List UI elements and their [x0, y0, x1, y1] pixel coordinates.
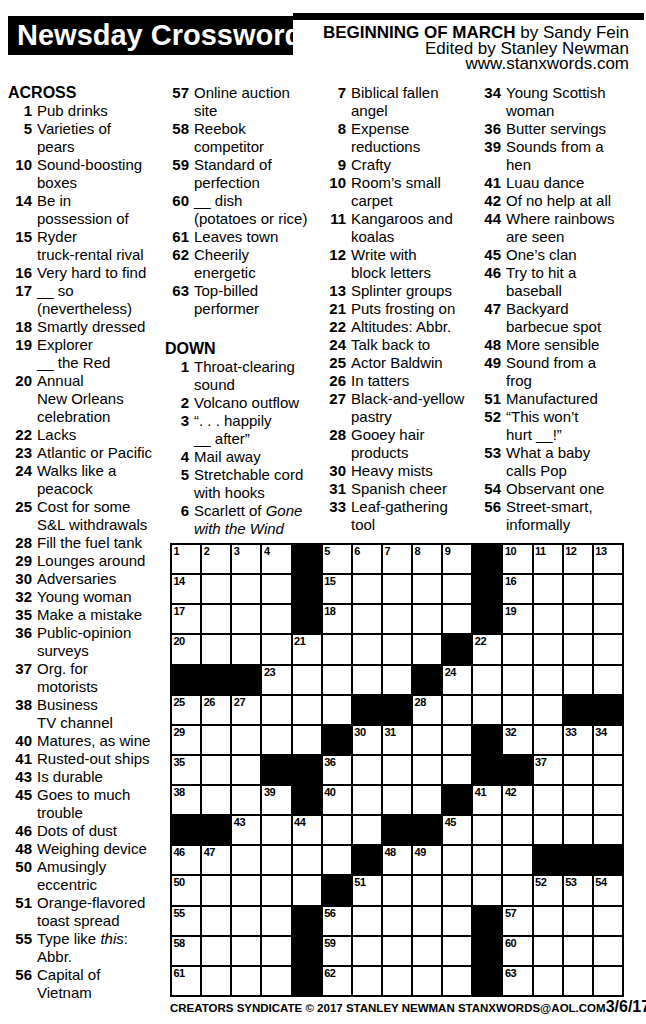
cell-number: 40	[324, 786, 335, 798]
grid-cell-r7-c15[interactable]: 34	[594, 726, 622, 754]
grid-cell-r15-c9[interactable]	[413, 967, 441, 995]
grid-cell-r1-c13[interactable]: 11	[534, 545, 562, 573]
grid-cell-r15-c13[interactable]	[534, 967, 562, 995]
cell-number: 20	[174, 635, 185, 647]
grid-cell-r8-c8[interactable]	[383, 756, 411, 784]
grid-cell-r15-c14[interactable]	[564, 967, 592, 995]
clue-text: Standard of perfection	[194, 156, 272, 192]
clue-text: Goes to much trouble	[37, 786, 130, 822]
grid-cell-r5-c15[interactable]	[594, 666, 622, 694]
clue-26: 26In tatters	[322, 372, 472, 390]
clue-text: Capital of Vietnam	[37, 966, 100, 1002]
grid-cell-r5-c10[interactable]: 24	[443, 666, 471, 694]
grid-cell-r11-c10[interactable]	[443, 846, 471, 874]
grid-cell-r13-c8[interactable]	[383, 907, 411, 935]
grid-cell-r3-c3[interactable]	[232, 605, 260, 633]
clue-text: Matures, as wine	[37, 732, 150, 750]
cell-number: 17	[174, 605, 185, 617]
grid-cell-r14-c6[interactable]: 59	[323, 937, 351, 965]
clue-33: 33Leaf-gathering tool	[322, 498, 472, 534]
clue-text: What a baby calls Pop	[506, 444, 590, 480]
grid-cell-r2-c9[interactable]	[413, 575, 441, 603]
grid-cell-r9-c7[interactable]	[353, 786, 381, 814]
clue-number: 60	[165, 192, 189, 210]
grid-cell-r14-c12[interactable]: 60	[503, 937, 531, 965]
grid-cell-r4-c7[interactable]	[353, 635, 381, 663]
grid-cell-r6-c1[interactable]: 25	[172, 696, 200, 724]
cell-number: 33	[565, 726, 576, 738]
grid-cell-r11-c6[interactable]	[323, 846, 351, 874]
clue-18: 18Smartly dressed	[8, 318, 164, 336]
grid-cell-r6-c10[interactable]	[443, 696, 471, 724]
clue-17: 17__ so (nevertheless)	[8, 282, 164, 318]
clue-number: 45	[477, 246, 501, 264]
grid-cell-r13-c15[interactable]	[594, 907, 622, 935]
grid-cell-r2-c3[interactable]	[232, 575, 260, 603]
grid-cell-r3-c6[interactable]: 18	[323, 605, 351, 633]
grid-cell-r6-c2[interactable]: 26	[202, 696, 230, 724]
puzzle-date: 3/6/17	[606, 998, 646, 1016]
grid-cell-r15-c12[interactable]: 63	[503, 967, 531, 995]
grid-cell-r15-c10[interactable]	[443, 967, 471, 995]
grid-cell-r10-c13[interactable]	[534, 816, 562, 844]
grid-cell-r6-c6[interactable]	[323, 696, 351, 724]
grid-cell-r14-c9[interactable]	[413, 937, 441, 965]
grid-cell-r11-c4[interactable]	[262, 846, 290, 874]
grid-cell-r8-c3[interactable]	[232, 756, 260, 784]
grid-cell-r14-c8[interactable]	[383, 937, 411, 965]
grid-cell-r4-c13[interactable]	[534, 635, 562, 663]
grid-cell-r9-c2[interactable]	[202, 786, 230, 814]
clue-6: 6Scarlett of Gone with the Wind	[165, 502, 317, 538]
grid-cell-r12-c1[interactable]: 50	[172, 876, 200, 904]
grid-cell-r5-c13[interactable]	[534, 666, 562, 694]
clue-number: 39	[477, 138, 501, 156]
grid-cell-r12-c4[interactable]	[262, 876, 290, 904]
clue-54: 54Observant one	[477, 480, 646, 498]
grid-cell-r13-c3[interactable]	[232, 907, 260, 935]
grid-cell-r4-c14[interactable]	[564, 635, 592, 663]
clue-5: 5Stretchable cord with hooks	[165, 466, 317, 502]
clue-text: Rusted-out ships	[37, 750, 150, 768]
grid-cell-r5-c11[interactable]	[473, 666, 501, 694]
grid-cell-r13-c7[interactable]	[353, 907, 381, 935]
grid-cell-r9-c11[interactable]: 41	[473, 786, 501, 814]
clue-text: Heavy mists	[351, 462, 433, 480]
clue-number: 48	[477, 336, 501, 354]
grid-cell-r9-c12[interactable]: 42	[503, 786, 531, 814]
clue-text: Explorer __ the Red	[37, 336, 110, 372]
grid-cell-r4-c15[interactable]	[594, 635, 622, 663]
clue-number: 17	[8, 282, 32, 300]
grid-cell-r10-c4[interactable]	[262, 816, 290, 844]
clue-number: 29	[8, 552, 32, 570]
grid-cell-r12-c12[interactable]	[503, 876, 531, 904]
grid-cell-r8-c6[interactable]: 36	[323, 756, 351, 784]
grid-cell-r7-c4[interactable]	[262, 726, 290, 754]
clue-text: Weighing device	[37, 840, 147, 858]
clue-number: 30	[8, 570, 32, 588]
grid-cell-r5-c12[interactable]	[503, 666, 531, 694]
grid-cell-r12-c11[interactable]	[473, 876, 501, 904]
clue-35: 35Make a mistake	[8, 606, 164, 624]
grid-cell-r13-c9[interactable]	[413, 907, 441, 935]
grid-cell-r13-c14[interactable]	[564, 907, 592, 935]
clue-text: Observant one	[506, 480, 604, 498]
clue-28: 28Gooey hair products	[322, 426, 472, 462]
clue-text: Cost for some S&L withdrawals	[37, 498, 147, 534]
clue-45: 45One’s clan	[477, 246, 646, 264]
clue-51: 51Manufactured	[477, 390, 646, 408]
cell-number: 1	[174, 545, 180, 557]
grid-cell-r7-c8[interactable]: 31	[383, 726, 411, 754]
grid-cell-r12-c5[interactable]	[293, 876, 321, 904]
grid-cell-r1-c9[interactable]: 8	[413, 545, 441, 573]
grid-cell-r7-c12[interactable]: 32	[503, 726, 531, 754]
clue-7: 7Biblical fallen angel	[322, 84, 472, 120]
grid-cell-r9-c8[interactable]	[383, 786, 411, 814]
grid-cell-r9-c4[interactable]: 39	[262, 786, 290, 814]
clue-32: 32Young woman	[8, 588, 164, 606]
grid-cell-r1-c4[interactable]: 4	[262, 545, 290, 573]
grid-cell-r8-c15[interactable]	[594, 756, 622, 784]
grid-cell-r6-c12[interactable]	[503, 696, 531, 724]
cell-number: 7	[384, 545, 390, 557]
grid-cell-r12-c8[interactable]	[383, 876, 411, 904]
clue-number: 25	[8, 498, 32, 516]
clue-10: 10Sound-boosting boxes	[8, 156, 164, 192]
grid-cell-r12-c10[interactable]	[443, 876, 471, 904]
clue-text: Actor Baldwin	[351, 354, 443, 372]
grid-cell-r13-c2[interactable]	[202, 907, 230, 935]
cell-number: 39	[264, 786, 275, 798]
grid-cell-r11-c1[interactable]: 46	[172, 846, 200, 874]
grid-cell-r3-c8[interactable]	[383, 605, 411, 633]
grid-cell-r12-c9[interactable]	[413, 876, 441, 904]
grid-cell-r1-c2[interactable]: 2	[202, 545, 230, 573]
grid-cell-r7-c14[interactable]: 33	[564, 726, 592, 754]
clue-number: 26	[322, 372, 346, 390]
grid-cell-r13-c4[interactable]	[262, 907, 290, 935]
grid-cell-r11-c2[interactable]: 47	[202, 846, 230, 874]
grid-cell-r9-c9[interactable]	[413, 786, 441, 814]
grid-cell-r5-c4[interactable]: 23	[262, 666, 290, 694]
grid-cell-r4-c5[interactable]: 21	[293, 635, 321, 663]
clue-5: 5Varieties of pears	[8, 120, 164, 156]
grid-cell-r8-c10[interactable]	[443, 756, 471, 784]
grid-cell-r15-c8[interactable]	[383, 967, 411, 995]
clue-number: 28	[8, 534, 32, 552]
grid-cell-r4-c9[interactable]	[413, 635, 441, 663]
grid-cell-r8-c2[interactable]	[202, 756, 230, 784]
grid-cell-r7-c1[interactable]: 29	[172, 726, 200, 754]
grid-cell-r10-c15[interactable]	[594, 816, 622, 844]
clue-49: 49Sound from a frog	[477, 354, 646, 390]
grid-cell-r14-c15[interactable]	[594, 937, 622, 965]
grid-cell-r7-c9[interactable]	[413, 726, 441, 754]
grid-cell-r5-c7[interactable]	[353, 666, 381, 694]
cell-number: 48	[384, 846, 395, 858]
grid-cell-r15-c3[interactable]	[232, 967, 260, 995]
grid-cell-r2-c15[interactable]	[594, 575, 622, 603]
grid-cell-r7-c13[interactable]	[534, 726, 562, 754]
clue-text: Varieties of pears	[37, 120, 111, 156]
grid-cell-r13-c12[interactable]: 57	[503, 907, 531, 935]
grid-cell-r3-c10[interactable]	[443, 605, 471, 633]
cell-number: 62	[324, 967, 335, 979]
grid-cell-r15-c1[interactable]: 61	[172, 967, 200, 995]
grid-cell-r6-c13[interactable]	[534, 696, 562, 724]
cell-number: 24	[445, 666, 456, 678]
grid-cell-r3-c12[interactable]: 19	[503, 605, 531, 633]
clue-number: 27	[322, 390, 346, 408]
grid-cell-r6-c11[interactable]	[473, 696, 501, 724]
grid-cell-r2-c10[interactable]	[443, 575, 471, 603]
grid-cell-r15-c4[interactable]	[262, 967, 290, 995]
cell-number: 57	[505, 907, 516, 919]
clue-text: Dots of dust	[37, 822, 117, 840]
cell-number: 36	[324, 756, 335, 768]
grid-cell-r2-c6[interactable]: 15	[323, 575, 351, 603]
grid-cell-r14-c1[interactable]: 58	[172, 937, 200, 965]
grid-cell-r12-c7[interactable]: 51	[353, 876, 381, 904]
clue-number: 53	[477, 444, 501, 462]
grid-cell-r11-c14	[564, 846, 592, 874]
grid-cell-r4-c12[interactable]	[503, 635, 531, 663]
clue-number: 4	[165, 448, 189, 466]
clue-2: 2Volcano outflow	[165, 394, 317, 412]
clue-11: 11Kangaroos and koalas	[322, 210, 472, 246]
grid-cell-r14-c4[interactable]	[262, 937, 290, 965]
clue-number: 41	[8, 750, 32, 768]
clue-number: 20	[8, 372, 32, 390]
grid-cell-r7-c5[interactable]	[293, 726, 321, 754]
grid-cell-r3-c13[interactable]	[534, 605, 562, 633]
grid-cell-r6-c9[interactable]: 28	[413, 696, 441, 724]
grid-cell-r1-c14[interactable]: 12	[564, 545, 592, 573]
grid-cell-r2-c2[interactable]	[202, 575, 230, 603]
grid-cell-r14-c2[interactable]	[202, 937, 230, 965]
grid-cell-r11-c11[interactable]	[473, 846, 501, 874]
clue-text: Talk back to	[351, 336, 430, 354]
clue-number: 1	[8, 102, 32, 120]
grid-cell-r12-c15[interactable]: 54	[594, 876, 622, 904]
grid-cell-r4-c8[interactable]	[383, 635, 411, 663]
grid-cell-r1-c10[interactable]: 9	[443, 545, 471, 573]
grid-cell-r14-c13[interactable]	[534, 937, 562, 965]
grid-cell-r3-c9[interactable]	[413, 605, 441, 633]
grid-cell-r2-c8[interactable]	[383, 575, 411, 603]
clue-number: 36	[477, 120, 501, 138]
grid-cell-r7-c10[interactable]	[443, 726, 471, 754]
grid-cell-r2-c7[interactable]	[353, 575, 381, 603]
grid-cell-r7-c3[interactable]	[232, 726, 260, 754]
grid-cell-r9-c13[interactable]	[534, 786, 562, 814]
grid-cell-r14-c7[interactable]	[353, 937, 381, 965]
masthead-title-box: Newsday Crossword	[8, 16, 293, 55]
grid-cell-r5-c5[interactable]	[293, 666, 321, 694]
grid-cell-r4-c6[interactable]	[323, 635, 351, 663]
grid-cell-r10-c10[interactable]: 45	[443, 816, 471, 844]
grid-cell-r3-c15[interactable]	[594, 605, 622, 633]
grid-cell-r11-c13	[534, 846, 562, 874]
grid-cell-r15-c6[interactable]: 62	[323, 967, 351, 995]
cell-number: 45	[445, 816, 456, 828]
grid-cell-r10-c7[interactable]	[353, 816, 381, 844]
cell-number: 52	[535, 876, 546, 888]
grid-cell-r2-c12[interactable]: 16	[503, 575, 531, 603]
grid-cell-r13-c6[interactable]: 56	[323, 907, 351, 935]
clue-text: __ dish (potatoes or rice)	[194, 192, 307, 228]
clue-46: 46Try to hit a baseball	[477, 264, 646, 300]
grid-cell-r1-c15[interactable]: 13	[594, 545, 622, 573]
grid-cell-r13-c1[interactable]: 55	[172, 907, 200, 935]
grid-cell-r1-c6[interactable]: 5	[323, 545, 351, 573]
clue-text: Orange-flavored toast spread	[37, 894, 145, 930]
clue-number: 46	[477, 264, 501, 282]
grid-cell-r11-c8[interactable]: 48	[383, 846, 411, 874]
cell-number: 55	[174, 907, 185, 919]
cell-number: 46	[174, 846, 185, 858]
grid-cell-r10-c12[interactable]	[503, 816, 531, 844]
grid-cell-r1-c7[interactable]: 6	[353, 545, 381, 573]
grid-cell-r15-c15[interactable]	[594, 967, 622, 995]
grid-cell-r6-c4[interactable]	[262, 696, 290, 724]
grid-cell-r7-c2[interactable]	[202, 726, 230, 754]
clue-number: 10	[8, 156, 32, 174]
clue-number: 61	[165, 228, 189, 246]
grid-cell-r11-c9[interactable]: 49	[413, 846, 441, 874]
grid-cell-r12-c13[interactable]: 52	[534, 876, 562, 904]
grid-cell-r9-c6[interactable]: 40	[323, 786, 351, 814]
clue-text: More sensible	[506, 336, 599, 354]
cell-number: 9	[445, 545, 451, 557]
grid-cell-r5-c9	[413, 666, 441, 694]
grid-cell-r11-c3[interactable]	[232, 846, 260, 874]
grid-cell-r5-c14[interactable]	[564, 666, 592, 694]
clue-number: 21	[322, 300, 346, 318]
grid-cell-r1-c1[interactable]: 1	[172, 545, 200, 573]
grid-cell-r8-c13[interactable]: 37	[534, 756, 562, 784]
grid-cell-r1-c8[interactable]: 7	[383, 545, 411, 573]
grid-cell-r10-c11[interactable]	[473, 816, 501, 844]
grid-cell-r2-c1[interactable]: 14	[172, 575, 200, 603]
clue-text: Luau dance	[506, 174, 584, 192]
grid-cell-r11-c5[interactable]	[293, 846, 321, 874]
clue-24: 24Walks like a peacock	[8, 462, 164, 498]
grid-cell-r3-c1[interactable]: 17	[172, 605, 200, 633]
grid-cell-r8-c1[interactable]: 35	[172, 756, 200, 784]
grid-cell-r4-c2[interactable]	[202, 635, 230, 663]
grid-cell-r13-c10[interactable]	[443, 907, 471, 935]
clue-number: 22	[8, 426, 32, 444]
grid-cell-r3-c7[interactable]	[353, 605, 381, 633]
cell-number: 4	[264, 545, 270, 557]
clue-text: Kangaroos and koalas	[351, 210, 453, 246]
grid-cell-r10-c3[interactable]: 43	[232, 816, 260, 844]
grid-cell-r4-c10	[443, 635, 471, 663]
grid-cell-r2-c13[interactable]	[534, 575, 562, 603]
grid-cell-r7-c6	[323, 726, 351, 754]
grid-cell-r6-c15	[594, 696, 622, 724]
grid-cell-r10-c1	[172, 816, 200, 844]
cell-number: 15	[324, 575, 335, 587]
cell-number: 29	[174, 726, 185, 738]
grid-cell-r9-c3[interactable]	[232, 786, 260, 814]
grid-cell-r7-c7[interactable]: 30	[353, 726, 381, 754]
clue-number: 33	[322, 498, 346, 516]
grid-cell-r10-c14[interactable]	[564, 816, 592, 844]
clue-12: 12Write with block letters	[322, 246, 472, 282]
cell-number: 47	[204, 846, 215, 858]
cell-number: 49	[415, 846, 426, 858]
grid-cell-r6-c5[interactable]	[293, 696, 321, 724]
grid-cell-r3-c14[interactable]	[564, 605, 592, 633]
grid-cell-r5-c6[interactable]	[323, 666, 351, 694]
grid-cell-r2-c14[interactable]	[564, 575, 592, 603]
clue-column-4: 34Young Scottish woman36Butter servings3…	[477, 84, 646, 534]
clue-30: 30Heavy mists	[322, 462, 472, 480]
clue-text: Butter servings	[506, 120, 606, 138]
clue-45: 45Goes to much trouble	[8, 786, 164, 822]
grid-cell-r1-c3[interactable]: 3	[232, 545, 260, 573]
clue-number: 55	[8, 930, 32, 948]
clue-number: 18	[8, 318, 32, 336]
clue-text: Public-opinion surveys	[37, 624, 131, 660]
grid-cell-r5-c8[interactable]	[383, 666, 411, 694]
grid-cell-r10-c5[interactable]: 44	[293, 816, 321, 844]
grid-cell-r15-c7[interactable]	[353, 967, 381, 995]
grid-cell-r10-c6[interactable]	[323, 816, 351, 844]
grid-cell-r14-c10[interactable]	[443, 937, 471, 965]
grid-cell-r4-c1[interactable]: 20	[172, 635, 200, 663]
grid-cell-r2-c4[interactable]	[262, 575, 290, 603]
clue-text: Volcano outflow	[194, 394, 299, 412]
grid-cell-r3-c4[interactable]	[262, 605, 290, 633]
grid-cell-r12-c2[interactable]	[202, 876, 230, 904]
grid-cell-r9-c15[interactable]	[594, 786, 622, 814]
grid-cell-r12-c14[interactable]: 53	[564, 876, 592, 904]
clue-58: 58Reebok competitor	[165, 120, 317, 156]
grid-cell-r14-c3[interactable]	[232, 937, 260, 965]
grid-cell-r6-c3[interactable]: 27	[232, 696, 260, 724]
grid-cell-r15-c2[interactable]	[202, 967, 230, 995]
grid-cell-r12-c3[interactable]	[232, 876, 260, 904]
grid-cell-r3-c2[interactable]	[202, 605, 230, 633]
grid-cell-r10-c8	[383, 816, 411, 844]
clue-text: Manufactured	[506, 390, 598, 408]
clue-1: 1Pub drinks	[8, 102, 164, 120]
grid-cell-r1-c12[interactable]: 10	[503, 545, 531, 573]
grid-cell-r8-c7[interactable]	[353, 756, 381, 784]
grid-cell-r9-c14[interactable]	[564, 786, 592, 814]
grid-cell-r4-c3[interactable]	[232, 635, 260, 663]
grid-cell-r4-c4[interactable]	[262, 635, 290, 663]
grid-cell-r4-c11[interactable]: 22	[473, 635, 501, 663]
clue-text: Business TV channel	[37, 696, 113, 732]
grid-cell-r9-c1[interactable]: 38	[172, 786, 200, 814]
grid-cell-r14-c14[interactable]	[564, 937, 592, 965]
grid-cell-r11-c12[interactable]	[503, 846, 531, 874]
clue-36: 36Butter servings	[477, 120, 646, 138]
clue-text: Pub drinks	[37, 102, 108, 120]
clue-56: 56Street-smart, informally	[477, 498, 646, 534]
grid-cell-r8-c9[interactable]	[413, 756, 441, 784]
clue-13: 13Splinter groups	[322, 282, 472, 300]
grid-cell-r8-c14[interactable]	[564, 756, 592, 784]
grid-cell-r13-c13[interactable]	[534, 907, 562, 935]
clue-25: 25Actor Baldwin	[322, 354, 472, 372]
